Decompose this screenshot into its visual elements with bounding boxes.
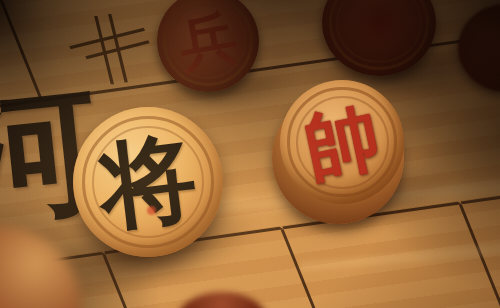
black-general-glyph: 将 xyxy=(95,129,202,236)
black-general-piece[interactable]: 将 xyxy=(73,107,223,257)
red-soldier-glyph: 兵 xyxy=(174,7,241,74)
red-general-glyph: 帥 xyxy=(298,98,386,186)
xiangqi-photo-scene: 楚 河 漢 界 兵 帥 将 xyxy=(0,0,500,308)
illegible-character-smudge xyxy=(347,0,411,51)
red-seal-dot xyxy=(147,206,156,215)
red-general-piece[interactable]: 帥 xyxy=(280,80,404,204)
